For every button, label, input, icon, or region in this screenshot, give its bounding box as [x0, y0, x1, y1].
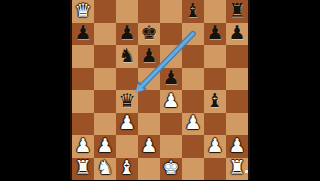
square-b2[interactable]: ♟	[94, 135, 116, 158]
artifact-dot	[245, 170, 248, 173]
black-pawn[interactable]: ♟	[228, 23, 245, 42]
square-g3[interactable]	[204, 113, 226, 136]
white-pawn[interactable]: ♟	[184, 113, 201, 132]
square-e8[interactable]	[160, 0, 182, 23]
square-f6[interactable]	[182, 45, 204, 68]
black-bishop[interactable]: ♝	[206, 91, 223, 110]
square-d4[interactable]	[138, 90, 160, 113]
square-h2[interactable]: ♟	[226, 135, 248, 158]
square-c4[interactable]: ♛	[116, 90, 138, 113]
white-pawn[interactable]: ♟	[96, 136, 113, 155]
square-e7[interactable]	[160, 23, 182, 46]
square-f1[interactable]	[182, 158, 204, 181]
square-b4[interactable]	[94, 90, 116, 113]
square-d3[interactable]	[138, 113, 160, 136]
black-pawn[interactable]: ♟	[118, 23, 135, 42]
square-e6[interactable]	[160, 45, 182, 68]
white-queen[interactable]: ♛	[74, 1, 91, 20]
square-c1[interactable]: ♝	[116, 158, 138, 181]
square-a3[interactable]	[72, 113, 94, 136]
white-rook[interactable]: ♜	[74, 158, 91, 177]
square-g4[interactable]: ♝	[204, 90, 226, 113]
square-b8[interactable]	[94, 0, 116, 23]
square-a4[interactable]	[72, 90, 94, 113]
square-g5[interactable]	[204, 68, 226, 91]
square-a6[interactable]	[72, 45, 94, 68]
square-h1[interactable]: ♜	[226, 158, 248, 181]
black-queen[interactable]: ♛	[118, 91, 135, 110]
square-g7[interactable]: ♟	[204, 23, 226, 46]
square-b1[interactable]: ♞	[94, 158, 116, 181]
square-d5[interactable]	[138, 68, 160, 91]
screenshot-stage: ♛♝♜♟♟♚♟♟♞♟♟♛♟♝♟♟♟♟♟♟♟♜♞♝♚♜	[0, 0, 320, 180]
square-c2[interactable]	[116, 135, 138, 158]
black-pawn[interactable]: ♟	[162, 68, 179, 87]
square-h5[interactable]	[226, 68, 248, 91]
white-pawn[interactable]: ♟	[118, 113, 135, 132]
square-d6[interactable]: ♟	[138, 45, 160, 68]
white-pawn[interactable]: ♟	[140, 136, 157, 155]
black-king[interactable]: ♚	[140, 23, 157, 42]
square-h3[interactable]	[226, 113, 248, 136]
square-b5[interactable]	[94, 68, 116, 91]
square-h7[interactable]: ♟	[226, 23, 248, 46]
square-d7[interactable]: ♚	[138, 23, 160, 46]
right-black-bar	[250, 0, 320, 180]
square-e4[interactable]: ♟	[160, 90, 182, 113]
square-e5[interactable]: ♟	[160, 68, 182, 91]
square-g8[interactable]	[204, 0, 226, 23]
square-d1[interactable]	[138, 158, 160, 181]
square-g1[interactable]	[204, 158, 226, 181]
square-c3[interactable]: ♟	[116, 113, 138, 136]
square-h8[interactable]: ♜	[226, 0, 248, 23]
square-c8[interactable]	[116, 0, 138, 23]
square-c5[interactable]	[116, 68, 138, 91]
white-rook[interactable]: ♜	[228, 158, 245, 177]
black-pawn[interactable]: ♟	[140, 46, 157, 65]
black-pawn[interactable]: ♟	[206, 23, 223, 42]
square-d2[interactable]: ♟	[138, 135, 160, 158]
square-e2[interactable]	[160, 135, 182, 158]
square-b6[interactable]	[94, 45, 116, 68]
black-rook[interactable]: ♜	[228, 1, 245, 20]
square-c6[interactable]: ♞	[116, 45, 138, 68]
square-f5[interactable]	[182, 68, 204, 91]
square-a2[interactable]: ♟	[72, 135, 94, 158]
white-pawn[interactable]: ♟	[162, 91, 179, 110]
white-pawn[interactable]: ♟	[228, 136, 245, 155]
white-pawn[interactable]: ♟	[206, 136, 223, 155]
square-e1[interactable]: ♚	[160, 158, 182, 181]
square-c7[interactable]: ♟	[116, 23, 138, 46]
square-a1[interactable]: ♜	[72, 158, 94, 181]
square-g2[interactable]: ♟	[204, 135, 226, 158]
square-f3[interactable]: ♟	[182, 113, 204, 136]
square-a7[interactable]: ♟	[72, 23, 94, 46]
square-f2[interactable]	[182, 135, 204, 158]
square-a5[interactable]	[72, 68, 94, 91]
square-h4[interactable]	[226, 90, 248, 113]
chess-board: ♛♝♜♟♟♚♟♟♞♟♟♛♟♝♟♟♟♟♟♟♟♜♞♝♚♜	[70, 0, 250, 180]
square-b7[interactable]	[94, 23, 116, 46]
black-bishop[interactable]: ♝	[184, 1, 201, 20]
square-f7[interactable]	[182, 23, 204, 46]
white-pawn[interactable]: ♟	[74, 136, 91, 155]
square-a8[interactable]: ♛	[72, 0, 94, 23]
white-knight[interactable]: ♞	[96, 158, 113, 177]
square-h6[interactable]	[226, 45, 248, 68]
black-knight[interactable]: ♞	[118, 46, 135, 65]
square-b3[interactable]	[94, 113, 116, 136]
black-pawn[interactable]: ♟	[74, 23, 91, 42]
white-bishop[interactable]: ♝	[118, 158, 135, 177]
square-f4[interactable]	[182, 90, 204, 113]
board-squares: ♛♝♜♟♟♚♟♟♞♟♟♛♟♝♟♟♟♟♟♟♟♜♞♝♚♜	[72, 0, 248, 180]
square-d8[interactable]	[138, 0, 160, 23]
square-e3[interactable]	[160, 113, 182, 136]
square-g6[interactable]	[204, 45, 226, 68]
white-king[interactable]: ♚	[162, 158, 179, 177]
square-f8[interactable]: ♝	[182, 0, 204, 23]
left-black-bar	[0, 0, 70, 180]
